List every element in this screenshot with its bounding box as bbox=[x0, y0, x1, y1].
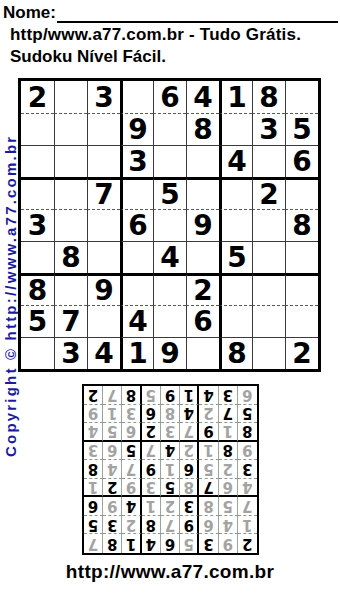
copyright-vertical-text: Copyright © http://www.a77.com.br bbox=[2, 135, 19, 457]
puzzle-cell-r4c2[interactable] bbox=[54, 177, 87, 209]
answer-cell-r9c2: 3 bbox=[219, 386, 238, 405]
answer-cell-r3c1: 7 bbox=[238, 497, 257, 516]
puzzle-cell-r8c4[interactable]: 4 bbox=[120, 305, 153, 337]
answer-cell-r8c4: 4 bbox=[180, 405, 199, 424]
answer-cell-r7c1: 8 bbox=[238, 423, 257, 442]
puzzle-cell-r3c1[interactable] bbox=[21, 145, 54, 177]
answer-cell-r7c4: 7 bbox=[180, 423, 199, 442]
puzzle-cell-r6c3[interactable] bbox=[87, 241, 120, 273]
answer-cell-r6c4: 2 bbox=[180, 442, 199, 461]
puzzle-cell-r8c6[interactable]: 6 bbox=[186, 305, 219, 337]
puzzle-cell-r3c9[interactable]: 6 bbox=[285, 145, 318, 177]
answer-cell-r7c5: 3 bbox=[161, 423, 180, 442]
answer-cell-r3c6: 1 bbox=[142, 497, 161, 516]
answer-cell-r4c4: 8 bbox=[180, 479, 199, 498]
answer-cell-r9c5: 9 bbox=[161, 386, 180, 405]
puzzle-cell-r7c6[interactable]: 2 bbox=[186, 273, 219, 305]
puzzle-cell-r4c8[interactable]: 2 bbox=[252, 177, 285, 209]
puzzle-cell-r5c3[interactable] bbox=[87, 209, 120, 241]
puzzle-cell-r8c9[interactable] bbox=[285, 305, 318, 337]
answer-cell-r6c3: 1 bbox=[199, 442, 218, 461]
answer-cell-r8c5: 8 bbox=[161, 405, 180, 424]
puzzle-cell-r5c2[interactable] bbox=[54, 209, 87, 241]
answer-cell-r4c2: 6 bbox=[219, 479, 238, 498]
puzzle-cell-r1c6[interactable]: 4 bbox=[186, 81, 219, 113]
name-label: Nome: bbox=[3, 3, 56, 23]
answer-cell-r2c6: 8 bbox=[142, 516, 161, 535]
puzzle-cell-r6c4[interactable] bbox=[120, 241, 153, 273]
puzzle-cell-r8c3[interactable] bbox=[87, 305, 120, 337]
puzzle-cell-r7c9[interactable] bbox=[285, 273, 318, 305]
answer-cell-r7c9: 4 bbox=[84, 423, 103, 442]
answer-cell-r3c4: 3 bbox=[180, 497, 199, 516]
puzzle-cell-r4c9[interactable] bbox=[285, 177, 318, 209]
answer-cell-r4c3: 7 bbox=[199, 479, 218, 498]
answer-cell-r6c1: 9 bbox=[238, 442, 257, 461]
puzzle-cell-r7c3[interactable]: 9 bbox=[87, 273, 120, 305]
answer-cell-r2c4: 9 bbox=[180, 516, 199, 535]
answer-cell-r9c3: 4 bbox=[199, 386, 218, 405]
puzzle-cell-r2c7[interactable] bbox=[219, 113, 252, 145]
puzzle-cell-r1c8[interactable]: 8 bbox=[252, 81, 285, 113]
answer-cell-r6c6: 7 bbox=[142, 442, 161, 461]
answer-cell-r3c7: 4 bbox=[122, 497, 141, 516]
answer-cell-r8c9: 9 bbox=[84, 405, 103, 424]
puzzle-cell-r4c6[interactable] bbox=[186, 177, 219, 209]
puzzle-cell-r9c4[interactable]: 1 bbox=[120, 337, 153, 369]
puzzle-cell-r3c6[interactable] bbox=[186, 145, 219, 177]
puzzle-cell-r7c8[interactable] bbox=[252, 273, 285, 305]
puzzle-cell-r4c7[interactable] bbox=[219, 177, 252, 209]
answer-cell-r2c9: 5 bbox=[84, 516, 103, 535]
answer-cell-r8c3: 2 bbox=[199, 405, 218, 424]
name-row: Nome: bbox=[3, 1, 338, 23]
puzzle-cell-r1c5[interactable]: 6 bbox=[153, 81, 186, 113]
answer-cell-r9c8: 7 bbox=[103, 386, 122, 405]
answer-cell-r6c8: 6 bbox=[103, 442, 122, 461]
answer-cell-r4c6: 3 bbox=[142, 479, 161, 498]
puzzle-cell-r2c9[interactable]: 5 bbox=[285, 113, 318, 145]
answer-cell-r5c5: 1 bbox=[161, 460, 180, 479]
answer-cell-r5c7: 7 bbox=[122, 460, 141, 479]
puzzle-cell-r8c8[interactable] bbox=[252, 305, 285, 337]
answer-cell-r6c5: 4 bbox=[161, 442, 180, 461]
puzzle-cell-r9c5[interactable]: 9 bbox=[153, 337, 186, 369]
answer-cell-r5c4: 6 bbox=[180, 460, 199, 479]
puzzle-cell-r6c6[interactable] bbox=[186, 241, 219, 273]
puzzle-cell-r2c6[interactable]: 8 bbox=[186, 113, 219, 145]
puzzle-cell-r9c7[interactable]: 8 bbox=[219, 337, 252, 369]
puzzle-cell-r9c3[interactable]: 4 bbox=[87, 337, 120, 369]
puzzle-cell-r4c1[interactable] bbox=[21, 177, 54, 209]
puzzle-cell-r9c6[interactable] bbox=[186, 337, 219, 369]
answer-cell-r8c2: 7 bbox=[219, 405, 238, 424]
answer-cell-r4c9: 1 bbox=[84, 479, 103, 498]
answer-cell-r6c9: 3 bbox=[84, 442, 103, 461]
puzzle-cell-r5c9[interactable]: 8 bbox=[285, 209, 318, 241]
puzzle-cell-r3c7[interactable]: 4 bbox=[219, 145, 252, 177]
puzzle-cell-r3c2[interactable] bbox=[54, 145, 87, 177]
puzzle-cell-r6c7[interactable]: 5 bbox=[219, 241, 252, 273]
answer-cell-r1c1: 2 bbox=[238, 534, 257, 553]
puzzle-cell-r2c4[interactable]: 9 bbox=[120, 113, 153, 145]
answer-cell-r5c2: 2 bbox=[219, 460, 238, 479]
answer-cell-r1c8: 8 bbox=[103, 534, 122, 553]
answer-cell-r2c1: 1 bbox=[238, 516, 257, 535]
puzzle-cell-r3c4[interactable]: 3 bbox=[120, 145, 153, 177]
answer-cell-r7c2: 1 bbox=[219, 423, 238, 442]
puzzle-cell-r2c3[interactable] bbox=[87, 113, 120, 145]
answer-cell-r9c1: 6 bbox=[238, 386, 257, 405]
answer-cell-r7c7: 6 bbox=[122, 423, 141, 442]
answer-cell-r2c3: 6 bbox=[199, 516, 218, 535]
answer-cell-r5c6: 9 bbox=[142, 460, 161, 479]
answer-cell-r1c7: 1 bbox=[122, 534, 141, 553]
answer-cell-r5c1: 3 bbox=[238, 460, 257, 479]
sudoku-answer-grid: 2935641871469782357583214964678539213256… bbox=[82, 384, 259, 555]
puzzle-cell-r5c1[interactable]: 3 bbox=[21, 209, 54, 241]
answer-cell-r1c2: 9 bbox=[219, 534, 238, 553]
answer-cell-r8c7: 3 bbox=[122, 405, 141, 424]
puzzle-cell-r1c3[interactable]: 3 bbox=[87, 81, 120, 113]
name-fill-line[interactable] bbox=[57, 3, 338, 23]
puzzle-cell-r3c3[interactable] bbox=[87, 145, 120, 177]
answer-cell-r4c5: 5 bbox=[161, 479, 180, 498]
answer-cell-r1c3: 3 bbox=[199, 534, 218, 553]
answer-cell-r6c7: 5 bbox=[122, 442, 141, 461]
puzzle-cell-r1c7[interactable]: 1 bbox=[219, 81, 252, 113]
puzzle-cell-r3c5[interactable] bbox=[153, 145, 186, 177]
answer-cell-r6c2: 8 bbox=[219, 442, 238, 461]
answer-cell-r1c6: 4 bbox=[142, 534, 161, 553]
answer-cell-r2c8: 3 bbox=[103, 516, 122, 535]
puzzle-cell-r8c1[interactable]: 5 bbox=[21, 305, 54, 337]
answer-cell-r7c3: 9 bbox=[199, 423, 218, 442]
puzzle-cell-r1c2[interactable] bbox=[54, 81, 87, 113]
answer-cell-r1c9: 7 bbox=[84, 534, 103, 553]
puzzle-cell-r6c9[interactable] bbox=[285, 241, 318, 273]
site-header: http/www.a77.com.br - Tudo Grátis. bbox=[10, 25, 301, 45]
puzzle-cell-r4c4[interactable] bbox=[120, 177, 153, 209]
puzzle-cell-r4c5[interactable]: 5 bbox=[153, 177, 186, 209]
answer-cell-r7c8: 5 bbox=[103, 423, 122, 442]
puzzle-cell-r5c5[interactable] bbox=[153, 209, 186, 241]
answer-cell-r1c5: 6 bbox=[161, 534, 180, 553]
answer-cell-r9c9: 2 bbox=[84, 386, 103, 405]
puzzle-cell-r9c1[interactable] bbox=[21, 337, 54, 369]
answer-cell-r5c8: 4 bbox=[103, 460, 122, 479]
puzzle-level-title: Sudoku Nível Fácil. bbox=[10, 47, 166, 67]
puzzle-cell-r6c1[interactable] bbox=[21, 241, 54, 273]
puzzle-cell-r2c5[interactable] bbox=[153, 113, 186, 145]
answer-cell-r9c6: 5 bbox=[142, 386, 161, 405]
puzzle-cell-r6c8[interactable] bbox=[252, 241, 285, 273]
puzzle-cell-r1c4[interactable] bbox=[120, 81, 153, 113]
puzzle-cell-r4c3[interactable]: 7 bbox=[87, 177, 120, 209]
puzzle-cell-r8c5[interactable] bbox=[153, 305, 186, 337]
answer-cell-r7c6: 2 bbox=[142, 423, 161, 442]
answer-cell-r2c7: 2 bbox=[122, 516, 141, 535]
puzzle-cell-r7c2[interactable] bbox=[54, 273, 87, 305]
sudoku-puzzle-grid: 236418983534675236988458925746341982 bbox=[18, 78, 321, 372]
puzzle-cell-r7c7[interactable] bbox=[219, 273, 252, 305]
puzzle-cell-r7c4[interactable] bbox=[120, 273, 153, 305]
puzzle-cell-r5c4[interactable]: 6 bbox=[120, 209, 153, 241]
answer-cell-r2c5: 7 bbox=[161, 516, 180, 535]
puzzle-cell-r7c1[interactable]: 8 bbox=[21, 273, 54, 305]
puzzle-cell-r6c2[interactable]: 8 bbox=[54, 241, 87, 273]
answer-cell-r3c8: 9 bbox=[103, 497, 122, 516]
answer-cell-r2c2: 4 bbox=[219, 516, 238, 535]
answer-cell-r8c8: 1 bbox=[103, 405, 122, 424]
puzzle-cell-r3c8[interactable] bbox=[252, 145, 285, 177]
answer-cell-r3c3: 8 bbox=[199, 497, 218, 516]
answer-cell-r5c9: 8 bbox=[84, 460, 103, 479]
answer-cell-r1c4: 5 bbox=[180, 534, 199, 553]
puzzle-cell-r8c2[interactable]: 7 bbox=[54, 305, 87, 337]
answer-cell-r4c7: 9 bbox=[122, 479, 141, 498]
answer-cell-r8c1: 5 bbox=[238, 405, 257, 424]
puzzle-cell-r7c5[interactable] bbox=[153, 273, 186, 305]
puzzle-cell-r5c7[interactable] bbox=[219, 209, 252, 241]
answer-cell-r4c1: 4 bbox=[238, 479, 257, 498]
puzzle-cell-r5c8[interactable] bbox=[252, 209, 285, 241]
puzzle-cell-r9c9[interactable]: 2 bbox=[285, 337, 318, 369]
footer-url: http://www.a77.com.br bbox=[0, 561, 340, 583]
puzzle-cell-r2c1[interactable] bbox=[21, 113, 54, 145]
puzzle-cell-r1c9[interactable] bbox=[285, 81, 318, 113]
answer-cell-r9c4: 1 bbox=[180, 386, 199, 405]
puzzle-cell-r9c2[interactable]: 3 bbox=[54, 337, 87, 369]
puzzle-cell-r8c7[interactable] bbox=[219, 305, 252, 337]
answer-cell-r8c6: 6 bbox=[142, 405, 161, 424]
puzzle-cell-r6c5[interactable]: 4 bbox=[153, 241, 186, 273]
answer-cell-r9c7: 8 bbox=[122, 386, 141, 405]
answer-cell-r3c2: 5 bbox=[219, 497, 238, 516]
answer-cell-r3c9: 6 bbox=[84, 497, 103, 516]
answer-cell-r5c3: 5 bbox=[199, 460, 218, 479]
puzzle-cell-r5c6[interactable]: 9 bbox=[186, 209, 219, 241]
answer-cell-r3c5: 2 bbox=[161, 497, 180, 516]
puzzle-cell-r2c8[interactable]: 3 bbox=[252, 113, 285, 145]
puzzle-cell-r2c2[interactable] bbox=[54, 113, 87, 145]
puzzle-cell-r1c1[interactable]: 2 bbox=[21, 81, 54, 113]
answer-cell-r4c8: 2 bbox=[103, 479, 122, 498]
puzzle-cell-r9c8[interactable] bbox=[252, 337, 285, 369]
